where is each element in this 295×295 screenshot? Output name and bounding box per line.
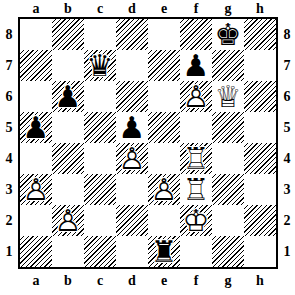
rank-label-left-4: 4 (2, 143, 16, 174)
file-label-bottom-d: d (116, 273, 148, 288)
file-label-top-g: g (212, 1, 244, 16)
square-e3[interactable]: ♟♙ (148, 174, 180, 205)
file-label-top-b: b (52, 1, 84, 16)
square-b1[interactable] (52, 236, 84, 267)
rank-label-right-2: 2 (280, 205, 294, 236)
square-h1[interactable] (244, 236, 276, 267)
chess-board: ♚♛♟♟♟♙♛♕♟♟♟♙♜♖♟♙♟♙♜♖♟♙♚♔♜ (18, 17, 278, 269)
white-rook-f3: ♖ (180, 174, 212, 205)
rank-label-right-4: 4 (280, 143, 294, 174)
piece-fill-layer: ♟ (20, 174, 52, 205)
piece-fill-layer: ♚ (180, 205, 212, 236)
square-c2[interactable] (84, 205, 116, 236)
piece-fill-layer: ♟ (116, 143, 148, 174)
square-g8[interactable]: ♚ (212, 19, 244, 50)
square-f7[interactable]: ♟ (180, 50, 212, 81)
square-d8[interactable] (116, 19, 148, 50)
square-f2[interactable]: ♚♔ (180, 205, 212, 236)
square-f4[interactable]: ♜♖ (180, 143, 212, 174)
black-rook-e1: ♜ (148, 236, 180, 267)
piece-fill-layer: ♜ (180, 174, 212, 205)
square-e1[interactable]: ♜ (148, 236, 180, 267)
square-b4[interactable] (52, 143, 84, 174)
square-c8[interactable] (84, 19, 116, 50)
file-label-top-d: d (116, 1, 148, 16)
square-a4[interactable] (20, 143, 52, 174)
file-label-top-c: c (84, 1, 116, 16)
file-label-bottom-b: b (52, 273, 84, 288)
black-pawn-f7: ♟ (180, 50, 212, 81)
square-f8[interactable] (180, 19, 212, 50)
square-d3[interactable] (116, 174, 148, 205)
black-pawn-d5: ♟ (116, 112, 148, 143)
white-queen-g6: ♕ (212, 81, 244, 112)
rank-label-left-5: 5 (2, 112, 16, 143)
rank-label-left-3: 3 (2, 174, 16, 205)
black-pawn-b6: ♟ (52, 81, 84, 112)
rank-label-left-8: 8 (2, 19, 16, 50)
file-label-bottom-e: e (148, 273, 180, 288)
square-c7[interactable]: ♛ (84, 50, 116, 81)
file-label-top-e: e (148, 1, 180, 16)
black-pawn-a5: ♟ (20, 112, 52, 143)
white-pawn-f6: ♙ (180, 81, 212, 112)
square-b2[interactable]: ♟♙ (52, 205, 84, 236)
square-d2[interactable] (116, 205, 148, 236)
square-c4[interactable] (84, 143, 116, 174)
square-e8[interactable] (148, 19, 180, 50)
square-a1[interactable] (20, 236, 52, 267)
square-d6[interactable] (116, 81, 148, 112)
black-king-g8: ♚ (212, 19, 244, 50)
rank-label-left-6: 6 (2, 81, 16, 112)
square-b7[interactable] (52, 50, 84, 81)
square-f3[interactable]: ♜♖ (180, 174, 212, 205)
white-pawn-d4: ♙ (116, 143, 148, 174)
file-label-top-a: a (20, 1, 52, 16)
chess-diagram: ♚♛♟♟♟♙♛♕♟♟♟♙♜♖♟♙♟♙♜♖♟♙♚♔♜ aa88bb77cc66dd… (0, 0, 295, 295)
piece-fill-layer: ♟ (180, 81, 212, 112)
square-f5[interactable] (180, 112, 212, 143)
file-label-top-f: f (180, 1, 212, 16)
square-a8[interactable] (20, 19, 52, 50)
piece-fill-layer: ♜ (180, 143, 212, 174)
square-g7[interactable] (212, 50, 244, 81)
square-g1[interactable] (212, 236, 244, 267)
square-b8[interactable] (52, 19, 84, 50)
rank-label-right-8: 8 (280, 19, 294, 50)
square-g3[interactable] (212, 174, 244, 205)
square-d7[interactable] (116, 50, 148, 81)
white-rook-f4: ♖ (180, 143, 212, 174)
square-e2[interactable] (148, 205, 180, 236)
white-pawn-e3: ♙ (148, 174, 180, 205)
square-a3[interactable]: ♟♙ (20, 174, 52, 205)
white-king-f2: ♔ (180, 205, 212, 236)
square-e7[interactable] (148, 50, 180, 81)
square-h6[interactable] (244, 81, 276, 112)
file-label-bottom-g: g (212, 273, 244, 288)
square-f1[interactable] (180, 236, 212, 267)
square-h7[interactable] (244, 50, 276, 81)
square-e4[interactable] (148, 143, 180, 174)
square-d5[interactable]: ♟ (116, 112, 148, 143)
file-label-bottom-f: f (180, 273, 212, 288)
square-b3[interactable] (52, 174, 84, 205)
file-label-top-h: h (244, 1, 276, 16)
square-g6[interactable]: ♛♕ (212, 81, 244, 112)
square-a6[interactable] (20, 81, 52, 112)
rank-label-right-6: 6 (280, 81, 294, 112)
square-b6[interactable]: ♟ (52, 81, 84, 112)
piece-fill-layer: ♟ (148, 174, 180, 205)
rank-label-left-1: 1 (2, 236, 16, 267)
file-label-bottom-c: c (84, 273, 116, 288)
square-g4[interactable] (212, 143, 244, 174)
file-label-bottom-a: a (20, 273, 52, 288)
square-h4[interactable] (244, 143, 276, 174)
square-a2[interactable] (20, 205, 52, 236)
white-pawn-a3: ♙ (20, 174, 52, 205)
square-c1[interactable] (84, 236, 116, 267)
rank-label-left-2: 2 (2, 205, 16, 236)
rank-label-right-5: 5 (280, 112, 294, 143)
square-d4[interactable]: ♟♙ (116, 143, 148, 174)
square-h5[interactable] (244, 112, 276, 143)
piece-fill-layer: ♛ (212, 81, 244, 112)
square-g2[interactable] (212, 205, 244, 236)
square-c6[interactable] (84, 81, 116, 112)
square-g5[interactable] (212, 112, 244, 143)
square-c3[interactable] (84, 174, 116, 205)
square-c5[interactable] (84, 112, 116, 143)
square-h8[interactable] (244, 19, 276, 50)
white-pawn-b2: ♙ (52, 205, 84, 236)
square-e5[interactable] (148, 112, 180, 143)
file-label-bottom-h: h (244, 273, 276, 288)
black-queen-c7: ♛ (84, 50, 116, 81)
square-a5[interactable]: ♟ (20, 112, 52, 143)
square-f6[interactable]: ♟♙ (180, 81, 212, 112)
square-e6[interactable] (148, 81, 180, 112)
rank-label-right-7: 7 (280, 50, 294, 81)
rank-label-right-3: 3 (280, 174, 294, 205)
square-b5[interactable] (52, 112, 84, 143)
rank-label-left-7: 7 (2, 50, 16, 81)
rank-label-right-1: 1 (280, 236, 294, 267)
square-h3[interactable] (244, 174, 276, 205)
square-h2[interactable] (244, 205, 276, 236)
square-a7[interactable] (20, 50, 52, 81)
piece-fill-layer: ♟ (52, 205, 84, 236)
square-d1[interactable] (116, 236, 148, 267)
